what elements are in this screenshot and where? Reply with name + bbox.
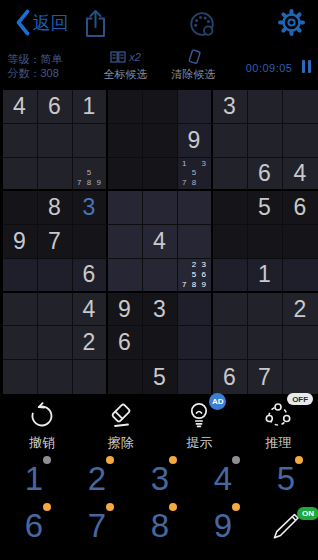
numpad-key-1[interactable]: 1 (3, 455, 66, 502)
level-text: 等级：简单 (8, 52, 63, 66)
hint-label: 提示 (186, 434, 212, 452)
cell-r4c3[interactable]: 3 (73, 191, 108, 225)
pencil-mode-button[interactable]: ON (255, 502, 318, 549)
palette-icon (189, 11, 215, 37)
remaining-dot (43, 503, 51, 511)
mark-all-label: 全标候选 (93, 67, 159, 82)
cell-r1c4[interactable] (108, 90, 143, 124)
numpad-key-8[interactable]: 8 (129, 502, 192, 549)
cell-r6c8[interactable]: 1 (248, 259, 283, 293)
hint-button[interactable]: AD 提示 (160, 398, 239, 452)
erase-button[interactable]: 擦除 (81, 398, 160, 452)
cell-r5c8[interactable] (248, 225, 283, 259)
cell-r1c9[interactable] (283, 90, 318, 124)
mark-all-multiplier: x2 (129, 51, 141, 63)
cell-r5c1[interactable]: 9 (3, 225, 38, 259)
score-text: 分数：308 (8, 66, 63, 80)
cell-r8c3[interactable]: 2 (73, 326, 108, 360)
clear-marks-label: 清除候选 (161, 67, 227, 82)
cell-r1c7[interactable]: 3 (213, 90, 248, 124)
numpad-key-3[interactable]: 3 (129, 455, 192, 502)
eraser-icon (105, 400, 137, 430)
numpad-key-2[interactable]: 2 (66, 455, 129, 502)
cell-r3c8[interactable]: 6 (248, 158, 283, 192)
cell-r7c1[interactable] (3, 293, 38, 327)
cell-r7c7[interactable] (213, 293, 248, 327)
cell-r9c3[interactable] (73, 360, 108, 394)
cell-r9c4[interactable] (108, 360, 143, 394)
cell-r6c6[interactable]: 2356789 (178, 259, 213, 293)
cell-r3c1[interactable] (3, 158, 38, 192)
cell-r6c1[interactable] (3, 259, 38, 293)
cell-r9c6[interactable] (178, 360, 213, 394)
sudoku-app: 返回 (3, 0, 318, 560)
share-button[interactable] (82, 8, 109, 39)
cell-r2c8[interactable] (248, 124, 283, 158)
cell-r3c3[interactable]: 5789 (73, 158, 108, 192)
on-badge: ON (297, 507, 318, 520)
cell-r1c3[interactable]: 1 (73, 90, 108, 124)
remaining-dot (169, 503, 177, 511)
cell-r4c7[interactable] (213, 191, 248, 225)
cell-r2c7[interactable] (213, 124, 248, 158)
cell-r6c4[interactable] (108, 259, 143, 293)
cell-r3c6[interactable]: 13578 (178, 158, 213, 192)
cell-r9c2[interactable] (38, 360, 73, 394)
cell-r4c1[interactable] (3, 191, 38, 225)
pad-row-1: 12345 (3, 455, 318, 502)
cell-r2c5[interactable] (143, 124, 178, 158)
chevron-left-icon (15, 9, 30, 36)
nav-bar: 返回 (3, 0, 318, 48)
remaining-dot (295, 456, 303, 464)
cell-r1c1[interactable]: 4 (3, 90, 38, 124)
cell-r8c5[interactable] (143, 326, 178, 360)
cell-r5c6[interactable] (178, 225, 213, 259)
cell-r2c2[interactable] (38, 124, 73, 158)
remaining-dot (106, 503, 114, 511)
cell-r4c2[interactable]: 8 (38, 191, 73, 225)
cell-r6c7[interactable] (213, 259, 248, 293)
share-icon (82, 8, 109, 39)
cell-r8c2[interactable] (38, 326, 73, 360)
cell-r7c5[interactable]: 3 (143, 293, 178, 327)
ad-badge: AD (209, 393, 226, 410)
cell-r5c9[interactable] (283, 225, 318, 259)
mark-all-candidates-button[interactable]: x2 全标候选 (93, 49, 159, 82)
cell-r3c7[interactable] (213, 158, 248, 192)
cell-r2c4[interactable] (108, 124, 143, 158)
cell-r7c3[interactable]: 4 (73, 293, 108, 327)
cell-r6c5[interactable] (143, 259, 178, 293)
cell-r4c4[interactable] (108, 191, 143, 225)
number-pad: 12345 6789 ON (3, 455, 318, 549)
remaining-dot (232, 503, 240, 511)
undo-button[interactable]: 撤销 (3, 398, 82, 452)
numpad-key-7[interactable]: 7 (66, 502, 129, 549)
palette-button[interactable] (189, 11, 215, 37)
cell-r8c1[interactable] (3, 326, 38, 360)
small-eraser-icon (185, 49, 203, 65)
cell-r3c4[interactable] (108, 158, 143, 192)
clear-candidates-button[interactable]: 清除候选 (161, 49, 227, 82)
cell-r4c6[interactable] (178, 191, 213, 225)
back-label: 返回 (33, 11, 69, 35)
cell-r5c2[interactable]: 7 (38, 225, 73, 259)
cell-r1c5[interactable] (143, 90, 178, 124)
cell-r7c2[interactable] (38, 293, 73, 327)
cell-r2c9[interactable] (283, 124, 318, 158)
cell-r8c7[interactable] (213, 326, 248, 360)
toolbar: 撤销 擦除 (3, 398, 318, 452)
cell-r2c1[interactable] (3, 124, 38, 158)
cell-r9c8[interactable]: 7 (248, 360, 283, 394)
cell-r6c2[interactable] (38, 259, 73, 293)
cell-r1c6[interactable] (178, 90, 213, 124)
cell-r1c8[interactable] (248, 90, 283, 124)
cell-r4c9[interactable]: 6 (283, 191, 318, 225)
cell-r4c5[interactable] (143, 191, 178, 225)
cell-r3c5[interactable] (143, 158, 178, 192)
remaining-dot (43, 456, 51, 464)
cell-r2c3[interactable] (73, 124, 108, 158)
numpad-key-6[interactable]: 6 (3, 502, 66, 549)
cell-r9c7[interactable]: 6 (213, 360, 248, 394)
cell-r5c7[interactable] (213, 225, 248, 259)
cell-r5c3[interactable] (73, 225, 108, 259)
cell-r3c9[interactable]: 4 (283, 158, 318, 192)
cell-r8c4[interactable]: 6 (108, 326, 143, 360)
cell-r7c6[interactable] (178, 293, 213, 327)
off-badge: OFF (287, 393, 313, 405)
pause-button[interactable] (302, 60, 311, 73)
undo-icon (27, 400, 57, 430)
logic-label: 推理 (265, 434, 291, 452)
cell-r9c1[interactable] (3, 360, 38, 394)
cell-r6c9[interactable] (283, 259, 318, 293)
erase-label: 擦除 (108, 434, 134, 452)
remaining-dot (169, 456, 177, 464)
pad-row-2: 6789 ON (3, 502, 318, 549)
cell-r9c5[interactable]: 5 (143, 360, 178, 394)
cell-r4c8[interactable]: 5 (248, 191, 283, 225)
sudoku-grid: 4613957891357864835697462356789149322656… (3, 88, 318, 396)
game-info: 等级：简单 分数：308 (8, 52, 63, 80)
cell-r1c2[interactable]: 6 (38, 90, 73, 124)
numpad-key-4[interactable]: 4 (192, 455, 255, 502)
logic-button[interactable]: OFF 推理 (239, 398, 318, 452)
cell-r8c9[interactable] (283, 326, 318, 360)
cell-r3c2[interactable] (38, 158, 73, 192)
logic-circles-icon (263, 400, 293, 430)
back-button[interactable]: 返回 (15, 9, 69, 36)
pause-icon (302, 60, 305, 73)
numpad-key-9[interactable]: 9 (192, 502, 255, 549)
book-icon (110, 51, 126, 63)
gear-icon (277, 8, 306, 37)
cell-r7c8[interactable] (248, 293, 283, 327)
cell-r7c4[interactable]: 9 (108, 293, 143, 327)
cell-r7c9[interactable]: 2 (283, 293, 318, 327)
cell-r2c6[interactable]: 9 (178, 124, 213, 158)
undo-label: 撤销 (29, 434, 55, 452)
cell-r5c5[interactable]: 4 (143, 225, 178, 259)
cell-r5c4[interactable] (108, 225, 143, 259)
numpad-key-5[interactable]: 5 (255, 455, 318, 502)
cell-r8c8[interactable] (248, 326, 283, 360)
timer-text: 00:09:05 (246, 62, 293, 74)
cell-r9c9[interactable] (283, 360, 318, 394)
cell-r6c3[interactable]: 6 (73, 259, 108, 293)
settings-button[interactable] (277, 8, 306, 37)
remaining-dot (106, 456, 114, 464)
remaining-dot (232, 456, 240, 464)
cell-r8c6[interactable] (178, 326, 213, 360)
